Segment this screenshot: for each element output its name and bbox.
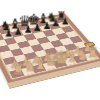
board-rotation-wrapper: ♜♞♝♛♚♝♞♜♟♟♟♟♟♟♟♟♟♟♟♟♟♟♟♟♜♞♝♛♚♝♞♜ (0, 13, 100, 84)
board-frame: ♜♞♝♛♚♝♞♜♟♟♟♟♟♟♟♟♟♟♟♟♟♟♟♟♜♞♝♛♚♝♞♜ (0, 13, 100, 84)
square-d5 (27, 39, 40, 46)
chess-set-product-photo: ♜♞♝♛♚♝♞♜♟♟♟♟♟♟♟♟♟♟♟♟♟♟♟♟♜♞♝♛♚♝♞♜ (0, 0, 100, 100)
